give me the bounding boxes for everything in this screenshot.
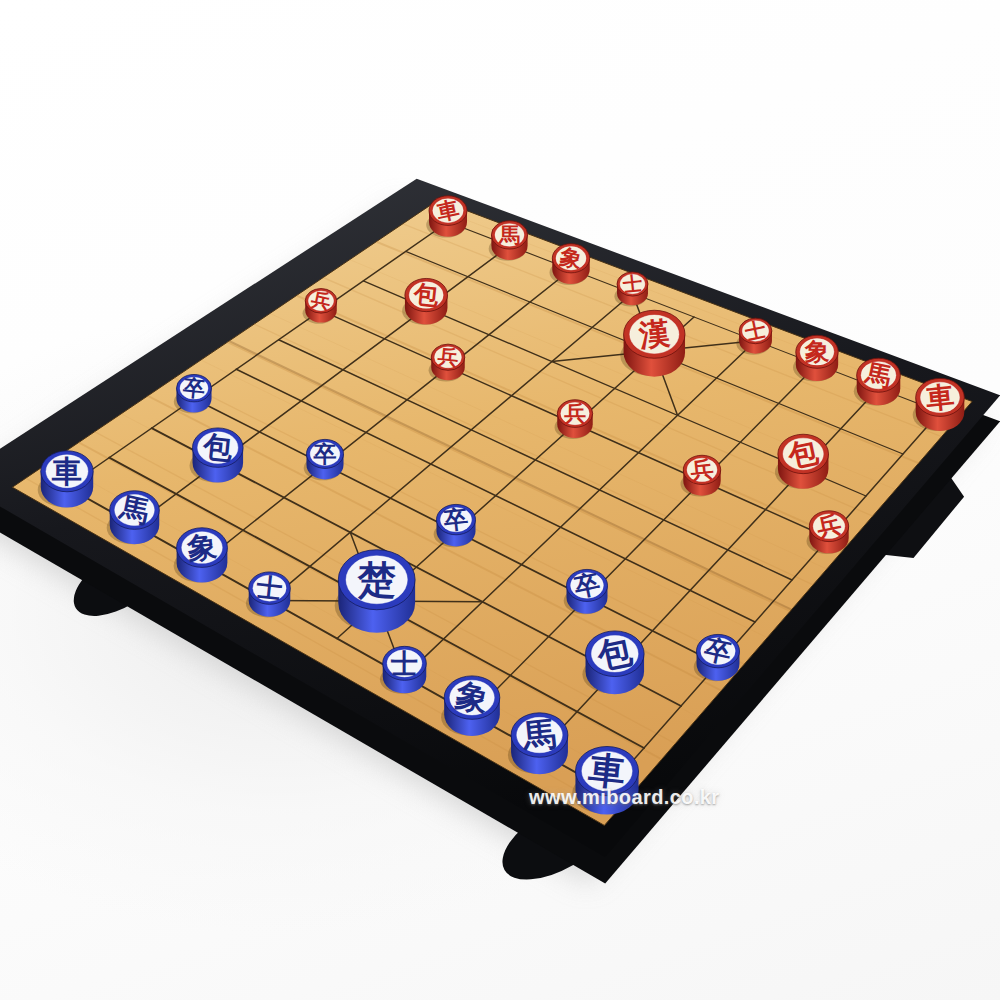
piece-han-cannon-c7r2[interactable]: 包 [775, 434, 829, 489]
piece-han-cannon-c1r2[interactable]: 包 [402, 278, 447, 324]
svg-text:士: 士 [621, 272, 643, 297]
piece-han-chariot-c0r0[interactable]: 車 [426, 196, 467, 238]
svg-text:包: 包 [411, 279, 440, 311]
janggi-board: 車馬象士包兵士漢象兵馬卒車兵包卒包兵車馬卒兵象卒士楚卒包士象馬車 [0, 0, 1000, 1000]
janggi-product-photo: 車馬象士包兵士漢象兵馬卒車兵包卒包兵車馬卒兵象卒士楚卒包士象馬車 www.mib… [0, 0, 1000, 1000]
svg-text:士: 士 [390, 648, 418, 679]
watermark: www.miboard.co.kr [529, 786, 719, 809]
svg-text:車: 車 [924, 380, 955, 416]
piece-han-elephant-c2r0[interactable]: 象 [550, 244, 590, 285]
svg-text:象: 象 [185, 529, 219, 566]
svg-text:楚: 楚 [357, 557, 397, 602]
svg-text:馬: 馬 [498, 223, 520, 247]
piece-cho-horse-c7r9[interactable]: 馬 [508, 713, 568, 774]
svg-text:包: 包 [200, 429, 234, 466]
piece-han-elephant-c6r0[interactable]: 象 [793, 335, 838, 381]
piece-han-horse-c1r0[interactable]: 馬 [489, 221, 528, 261]
piece-cho-elephant-c2r9[interactable]: 象 [174, 528, 228, 583]
piece-cho-cannon-c1r7[interactable]: 包 [190, 428, 244, 483]
svg-text:兵: 兵 [688, 455, 715, 484]
svg-text:卒: 卒 [182, 375, 206, 402]
piece-cho-king-c4r8[interactable]: 楚 [335, 550, 415, 633]
piece-cho-guard-c3r9[interactable]: 士 [246, 572, 290, 618]
piece-cho-soldier-c2r6[interactable]: 卒 [304, 439, 344, 480]
piece-cho-soldier-c0r6[interactable]: 卒 [174, 374, 212, 413]
svg-text:馬: 馬 [519, 714, 558, 756]
piece-han-soldier-c4r3[interactable]: 兵 [555, 400, 593, 439]
piece-cho-horse-c1r9[interactable]: 馬 [107, 490, 160, 544]
svg-text:兵: 兵 [563, 401, 586, 426]
svg-text:卒: 卒 [443, 505, 470, 535]
piece-cho-chariot-c0r9[interactable]: 車 [38, 451, 94, 508]
piece-cho-elephant-c6r9[interactable]: 象 [441, 675, 500, 736]
piece-han-chariot-c8r0[interactable]: 車 [913, 378, 965, 431]
piece-cho-cannon-c7r7[interactable]: 包 [582, 630, 644, 694]
piece-han-horse-c7r0[interactable]: 馬 [854, 358, 901, 405]
svg-text:象: 象 [804, 337, 830, 366]
piece-han-king-c4r1[interactable]: 漢 [620, 310, 685, 376]
svg-text:車: 車 [51, 454, 82, 489]
piece-cho-soldier-c4r6[interactable]: 卒 [434, 504, 476, 547]
svg-text:士: 士 [255, 572, 284, 605]
svg-text:卒: 卒 [313, 441, 337, 467]
piece-han-soldier-c2r3[interactable]: 兵 [429, 344, 465, 381]
piece-cho-guard-c5r9[interactable]: 士 [380, 646, 426, 693]
svg-text:漢: 漢 [636, 315, 671, 353]
svg-text:兵: 兵 [435, 344, 459, 370]
